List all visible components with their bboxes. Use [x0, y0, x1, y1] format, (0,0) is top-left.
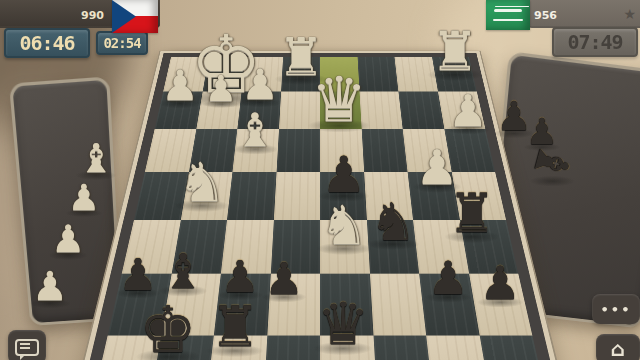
board-cell-f4[interactable]: [227, 172, 276, 220]
player-name-white: Michalikocena: [8, 0, 101, 1]
piece-black-pawn[interactable]: ♟: [479, 260, 520, 306]
king-glyph: ♚: [139, 298, 196, 360]
piece-white-rook[interactable]: ♜: [431, 25, 479, 79]
piece-white-bishop-captured: ♝: [78, 138, 114, 178]
bishop-glyph: ♝: [78, 138, 114, 178]
board-cell-a7[interactable]: [479, 335, 548, 360]
rook-glyph: ♜: [210, 299, 260, 355]
piece-black-pawn[interactable]: ♟: [118, 253, 157, 297]
knight-glyph: ♞: [178, 156, 226, 210]
piece-white-knight[interactable]: ♞: [320, 199, 368, 253]
saudi-arabia-flag-icon: [486, 0, 530, 30]
clock-white-main: 06:46: [4, 28, 90, 58]
pawn-glyph: ♟: [241, 64, 279, 106]
piece-black-knight[interactable]: ♞: [370, 196, 417, 248]
clock-black: 07:49: [552, 27, 638, 57]
pawn-glyph: ♟: [448, 89, 487, 133]
piece-white-knight[interactable]: ♞: [178, 156, 226, 210]
board-cell-e4[interactable]: [274, 172, 320, 220]
piece-white-bishop[interactable]: ♝: [234, 107, 275, 153]
bishop-glyph: ♝: [234, 107, 275, 153]
pawn-glyph: ♟: [264, 257, 303, 301]
pawn-glyph: ♟: [205, 71, 237, 107]
piece-black-pawn[interactable]: ♟: [220, 255, 259, 299]
piece-white-pawn[interactable]: ♟: [161, 65, 199, 107]
home-button[interactable]: ⌂: [596, 334, 640, 360]
piece-white-pawn-captured: ♟: [32, 266, 68, 306]
piece-white-queen[interactable]: ♛: [311, 69, 367, 131]
player-name-black: Player 787: [536, 0, 606, 1]
board-cell-e3[interactable]: [276, 129, 320, 171]
knight-glyph: ♞: [370, 196, 417, 248]
board-cell-e7[interactable]: [263, 335, 320, 360]
piece-black-bishop-captured: ♝: [532, 141, 571, 185]
board-cell-c3[interactable]: [361, 129, 407, 171]
star-icon: ★: [623, 6, 636, 22]
pawn-glyph: ♟: [32, 266, 68, 306]
pawn-glyph: ♟: [68, 180, 100, 216]
pawn-glyph: ♟: [118, 253, 157, 297]
piece-white-pawn-captured: ♟: [51, 220, 85, 258]
piece-black-king[interactable]: ♚: [139, 298, 196, 360]
chat-bubble-icon: [15, 339, 39, 356]
rook-glyph: ♜: [448, 187, 496, 241]
player-rating-black: 956: [534, 9, 557, 22]
board-cell-c7[interactable]: [373, 335, 434, 360]
clock-white-secondary: 02:54: [96, 31, 148, 55]
piece-white-pawn[interactable]: ♟: [241, 64, 279, 106]
flag-script: [494, 9, 522, 12]
piece-white-pawn-captured: ♟: [68, 180, 100, 216]
rook-glyph: ♜: [431, 25, 479, 79]
board-cell-c6[interactable]: [370, 274, 427, 336]
piece-black-pawn[interactable]: ♟: [264, 257, 303, 301]
piece-black-bishop[interactable]: ♝: [161, 247, 204, 295]
czech-flag-icon: [112, 0, 158, 33]
pawn-glyph: ♟: [51, 220, 85, 258]
piece-black-pawn[interactable]: ♟: [427, 255, 468, 301]
flag-triangle: [112, 0, 158, 33]
piece-black-queen[interactable]: ♛: [317, 295, 369, 353]
pawn-glyph: ♟: [322, 150, 367, 200]
piece-black-pawn[interactable]: ♟: [322, 150, 367, 200]
pawn-glyph: ♟: [479, 260, 520, 306]
pawn-glyph: ♟: [161, 65, 199, 107]
player-rating-white: 990: [81, 9, 104, 22]
more-options-button[interactable]: •••: [592, 294, 640, 324]
queen-glyph: ♛: [317, 295, 369, 353]
bishop-glyph: ♝: [161, 247, 204, 295]
board-cell-b2[interactable]: [398, 91, 444, 129]
pawn-glyph: ♟: [220, 255, 259, 299]
piece-white-pawn[interactable]: ♟: [448, 89, 487, 133]
piece-black-rook[interactable]: ♜: [210, 299, 260, 355]
queen-glyph: ♛: [311, 69, 367, 131]
knight-glyph: ♞: [320, 199, 368, 253]
chat-button[interactable]: [8, 330, 46, 360]
flag-sword: [493, 19, 523, 21]
chess-game-screen: ♚♛♜♜♝♞♞♟♟♟♟♟♚♛♜♜♞♝♟♟♟♟♟♟♝♟♟♟♟♟♝ Michalik…: [0, 0, 640, 360]
piece-white-pawn[interactable]: ♟: [205, 71, 237, 107]
player-bar-black: Player 787 956 ★: [528, 0, 640, 28]
piece-black-rook[interactable]: ♜: [448, 187, 496, 241]
pawn-glyph: ♟: [427, 255, 468, 301]
